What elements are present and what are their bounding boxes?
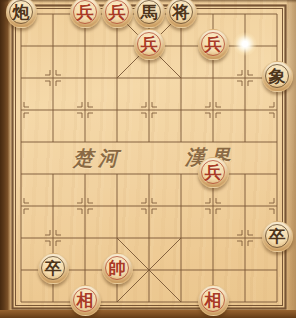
piece-black-elephant[interactable]: 象 <box>262 61 293 92</box>
move-highlight-sparkle <box>233 32 257 56</box>
red-general-glyph: 帥 <box>109 260 126 277</box>
piece-red-soldier-4[interactable]: 兵 <box>198 29 229 60</box>
piece-red-soldier-1[interactable]: 兵 <box>70 0 101 28</box>
black-soldier-2-glyph: 卒 <box>45 260 62 277</box>
piece-red-soldier-3[interactable]: 兵 <box>134 29 165 60</box>
black-horse-glyph: 馬 <box>141 4 158 21</box>
xiangqi-board: 楚河 漢界 炮兵兵馬将兵兵象兵卒卒帥相相 <box>0 0 296 318</box>
black-general-glyph: 将 <box>173 4 190 21</box>
red-soldier-5-glyph: 兵 <box>205 164 222 181</box>
piece-black-cannon[interactable]: 炮 <box>6 0 37 28</box>
red-elephant-1-glyph: 相 <box>77 292 94 309</box>
red-soldier-4-glyph: 兵 <box>205 36 222 53</box>
piece-red-soldier-2[interactable]: 兵 <box>102 0 133 28</box>
red-soldier-3-glyph: 兵 <box>141 36 158 53</box>
piece-black-horse[interactable]: 馬 <box>134 0 165 28</box>
black-elephant-glyph: 象 <box>269 68 286 85</box>
piece-red-soldier-5[interactable]: 兵 <box>198 157 229 188</box>
piece-red-elephant-1[interactable]: 相 <box>70 285 101 316</box>
black-cannon-glyph: 炮 <box>13 4 30 21</box>
black-soldier-1-glyph: 卒 <box>269 228 286 245</box>
river-label-chu-he: 楚河 <box>73 145 123 171</box>
piece-black-soldier-1[interactable]: 卒 <box>262 221 293 252</box>
red-soldier-1-glyph: 兵 <box>77 4 94 21</box>
piece-black-soldier-2[interactable]: 卒 <box>38 253 69 284</box>
piece-black-general[interactable]: 将 <box>166 0 197 28</box>
red-soldier-2-glyph: 兵 <box>109 4 126 21</box>
red-elephant-2-glyph: 相 <box>205 292 222 309</box>
piece-red-general[interactable]: 帥 <box>102 253 133 284</box>
piece-red-elephant-2[interactable]: 相 <box>198 285 229 316</box>
